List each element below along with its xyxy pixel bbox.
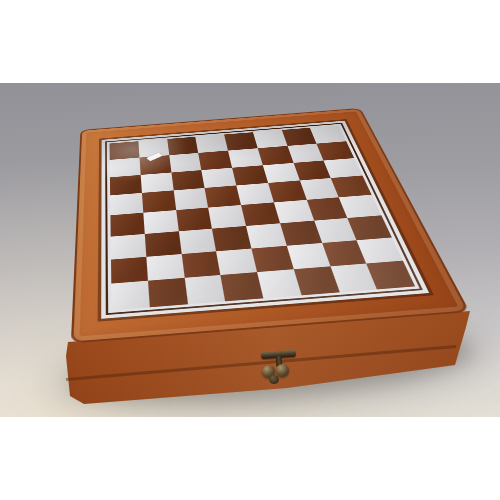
square-r7c2 bbox=[184, 275, 225, 304]
square-r5c0 bbox=[111, 234, 146, 259]
square-r3c0 bbox=[110, 193, 143, 215]
board-insert bbox=[101, 121, 429, 319]
square-r3c1 bbox=[142, 191, 176, 213]
square-r6c0 bbox=[111, 256, 148, 283]
square-r5c2 bbox=[178, 228, 216, 253]
square-r6c1 bbox=[146, 254, 184, 281]
square-r7c1 bbox=[148, 278, 188, 307]
square-r5c3 bbox=[212, 226, 251, 251]
letterbox-bottom bbox=[0, 417, 500, 500]
square-r4c3 bbox=[208, 205, 246, 228]
square-r4c2 bbox=[176, 208, 212, 232]
square-r6c3 bbox=[216, 248, 257, 275]
square-r3c3 bbox=[205, 186, 241, 208]
square-r7c0 bbox=[111, 281, 149, 310]
letterbox-top bbox=[0, 0, 500, 83]
square-r4c0 bbox=[110, 213, 144, 237]
clasp-knob-right bbox=[276, 364, 289, 377]
square-r7c3 bbox=[221, 272, 264, 301]
screenshot-canvas bbox=[0, 0, 500, 500]
square-r4c1 bbox=[143, 210, 178, 234]
clasp-hook bbox=[269, 375, 279, 384]
square-r6c2 bbox=[181, 251, 221, 278]
square-r5c1 bbox=[145, 231, 182, 256]
square-r3c2 bbox=[173, 188, 208, 210]
